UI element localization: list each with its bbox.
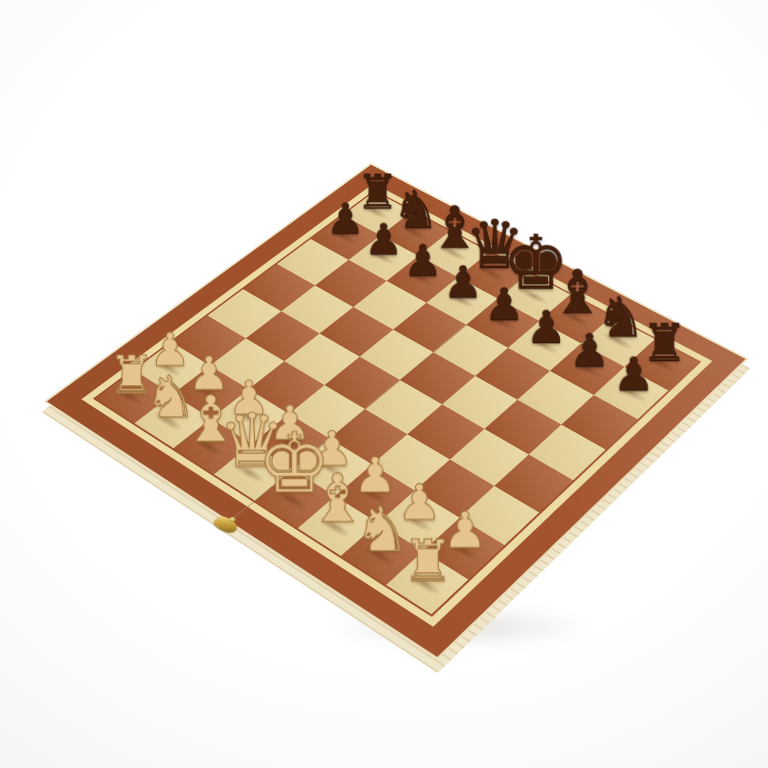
product-photo-scene: ♜♞♝♛♚♝♞♜♟♟♟♟♟♟♟♟♟♟♟♟♟♟♟♟♜♞♝♛♚♝♞♜ xyxy=(0,0,768,768)
pieces-layer: ♜♞♝♛♚♝♞♜♟♟♟♟♟♟♟♟♟♟♟♟♟♟♟♟♜♞♝♛♚♝♞♜ xyxy=(96,191,699,614)
piece-black-pawn-h7[interactable]: ♟ xyxy=(578,351,689,397)
chess-board: ♜♞♝♛♚♝♞♜♟♟♟♟♟♟♟♟♟♟♟♟♟♟♟♟♜♞♝♛♚♝♞♜ xyxy=(44,163,748,659)
board-3d-tilt: ♜♞♝♛♚♝♞♜♟♟♟♟♟♟♟♟♟♟♟♟♟♟♟♟♜♞♝♛♚♝♞♜ xyxy=(44,163,748,659)
piece-white-rook-h1[interactable]: ♜ xyxy=(367,532,489,590)
